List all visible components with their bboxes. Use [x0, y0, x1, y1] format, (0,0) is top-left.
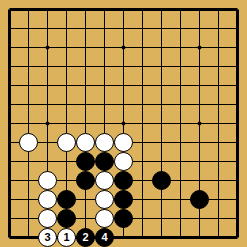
intersection[interactable]: [209, 95, 228, 114]
intersection[interactable]: [171, 171, 190, 190]
intersection[interactable]: [19, 0, 38, 19]
intersection[interactable]: [209, 228, 228, 247]
intersection[interactable]: [209, 114, 228, 133]
intersection[interactable]: [190, 209, 209, 228]
intersection[interactable]: 3: [38, 228, 57, 247]
intersection[interactable]: [95, 114, 114, 133]
intersection[interactable]: [171, 133, 190, 152]
intersection[interactable]: [152, 0, 171, 19]
intersection[interactable]: [57, 76, 76, 95]
move-number-label: 4: [101, 232, 107, 243]
intersection[interactable]: [209, 57, 228, 76]
black-stone: [152, 171, 171, 190]
intersection[interactable]: [228, 152, 247, 171]
intersection[interactable]: [152, 152, 171, 171]
intersection[interactable]: [95, 171, 114, 190]
intersection[interactable]: [228, 228, 247, 247]
intersection[interactable]: [38, 38, 57, 57]
intersection[interactable]: [152, 209, 171, 228]
intersection[interactable]: [228, 95, 247, 114]
intersection[interactable]: [114, 76, 133, 95]
black-stone: [76, 171, 95, 190]
intersection[interactable]: [171, 114, 190, 133]
intersection[interactable]: [228, 114, 247, 133]
intersection[interactable]: [57, 114, 76, 133]
intersection[interactable]: [209, 38, 228, 57]
intersection[interactable]: [38, 76, 57, 95]
intersection[interactable]: [114, 133, 133, 152]
intersection[interactable]: [228, 76, 247, 95]
intersection[interactable]: [209, 133, 228, 152]
intersection[interactable]: [152, 38, 171, 57]
intersection[interactable]: [152, 76, 171, 95]
intersection[interactable]: [114, 19, 133, 38]
intersection[interactable]: 4: [95, 228, 114, 247]
intersection[interactable]: [19, 133, 38, 152]
intersection[interactable]: [0, 0, 19, 19]
white-stone: 1: [57, 228, 76, 247]
intersection[interactable]: [57, 171, 76, 190]
intersection[interactable]: [152, 114, 171, 133]
black-stone: [95, 152, 114, 171]
intersection[interactable]: [114, 228, 133, 247]
intersection[interactable]: [114, 95, 133, 114]
intersection[interactable]: [95, 190, 114, 209]
black-stone: [114, 171, 133, 190]
white-stone: [114, 133, 133, 152]
move-number-label: 1: [63, 232, 69, 243]
intersection[interactable]: [228, 0, 247, 19]
white-stone: [95, 133, 114, 152]
intersection[interactable]: [76, 95, 95, 114]
intersection[interactable]: [171, 152, 190, 171]
intersection[interactable]: [228, 190, 247, 209]
black-stone: [57, 209, 76, 228]
intersection[interactable]: [171, 228, 190, 247]
intersection[interactable]: [0, 228, 19, 247]
intersection[interactable]: [76, 114, 95, 133]
intersection[interactable]: [38, 0, 57, 19]
intersection[interactable]: [228, 38, 247, 57]
go-board-diagram: 3124: [0, 0, 247, 247]
white-stone: [38, 190, 57, 209]
intersection[interactable]: [95, 0, 114, 19]
intersection[interactable]: [0, 38, 19, 57]
intersection[interactable]: [190, 152, 209, 171]
intersection[interactable]: [0, 133, 19, 152]
intersection[interactable]: [19, 57, 38, 76]
intersection[interactable]: [57, 152, 76, 171]
black-stone: [114, 209, 133, 228]
intersection[interactable]: [57, 57, 76, 76]
white-stone: [19, 133, 38, 152]
intersection[interactable]: [114, 152, 133, 171]
intersection[interactable]: [171, 76, 190, 95]
intersection[interactable]: [95, 76, 114, 95]
intersection[interactable]: [76, 133, 95, 152]
intersection[interactable]: [133, 228, 152, 247]
intersection[interactable]: [0, 209, 19, 228]
intersection[interactable]: [190, 0, 209, 19]
intersection[interactable]: [190, 76, 209, 95]
intersection[interactable]: [133, 209, 152, 228]
intersection[interactable]: [171, 190, 190, 209]
intersection[interactable]: [152, 95, 171, 114]
intersection[interactable]: [209, 76, 228, 95]
intersection[interactable]: [19, 19, 38, 38]
intersection[interactable]: [76, 76, 95, 95]
intersection[interactable]: [76, 0, 95, 19]
intersection[interactable]: [0, 152, 19, 171]
intersection[interactable]: [171, 19, 190, 38]
intersection[interactable]: [171, 38, 190, 57]
board-intersections: 3124: [0, 0, 247, 247]
intersection[interactable]: [19, 152, 38, 171]
intersection[interactable]: [19, 38, 38, 57]
intersection[interactable]: [209, 152, 228, 171]
intersection[interactable]: [133, 114, 152, 133]
intersection[interactable]: [57, 133, 76, 152]
intersection[interactable]: [19, 76, 38, 95]
intersection[interactable]: 1: [57, 228, 76, 247]
intersection[interactable]: [114, 209, 133, 228]
intersection[interactable]: [76, 209, 95, 228]
move-number-label: 2: [82, 232, 88, 243]
intersection[interactable]: [209, 190, 228, 209]
intersection[interactable]: [76, 19, 95, 38]
intersection[interactable]: [38, 209, 57, 228]
intersection[interactable]: [95, 19, 114, 38]
white-stone: [95, 190, 114, 209]
move-number-label: 3: [44, 232, 50, 243]
black-stone: [190, 190, 209, 209]
intersection[interactable]: [152, 190, 171, 209]
intersection[interactable]: [38, 19, 57, 38]
black-stone: [76, 152, 95, 171]
intersection[interactable]: [228, 171, 247, 190]
intersection[interactable]: [76, 38, 95, 57]
black-stone: [114, 190, 133, 209]
intersection[interactable]: [38, 133, 57, 152]
intersection[interactable]: [0, 95, 19, 114]
intersection[interactable]: [152, 133, 171, 152]
intersection[interactable]: [114, 57, 133, 76]
intersection[interactable]: [190, 133, 209, 152]
intersection[interactable]: 2: [76, 228, 95, 247]
intersection[interactable]: [133, 133, 152, 152]
intersection[interactable]: [38, 57, 57, 76]
intersection[interactable]: [133, 0, 152, 19]
black-stone: 2: [76, 228, 95, 247]
intersection[interactable]: [133, 38, 152, 57]
intersection[interactable]: [190, 114, 209, 133]
intersection[interactable]: [0, 57, 19, 76]
intersection[interactable]: [152, 19, 171, 38]
intersection[interactable]: [133, 171, 152, 190]
intersection[interactable]: [190, 38, 209, 57]
intersection[interactable]: [19, 171, 38, 190]
white-stone: [38, 171, 57, 190]
intersection[interactable]: [38, 95, 57, 114]
intersection[interactable]: [190, 57, 209, 76]
intersection[interactable]: [133, 152, 152, 171]
intersection[interactable]: [228, 19, 247, 38]
intersection[interactable]: [190, 19, 209, 38]
intersection[interactable]: [114, 38, 133, 57]
intersection[interactable]: [114, 171, 133, 190]
white-stone: [114, 152, 133, 171]
intersection[interactable]: [133, 57, 152, 76]
black-stone: [57, 190, 76, 209]
intersection[interactable]: [57, 190, 76, 209]
intersection[interactable]: [38, 171, 57, 190]
intersection[interactable]: [190, 171, 209, 190]
intersection[interactable]: [19, 209, 38, 228]
intersection[interactable]: [209, 171, 228, 190]
intersection[interactable]: [0, 190, 19, 209]
intersection[interactable]: [57, 209, 76, 228]
intersection[interactable]: [171, 95, 190, 114]
intersection[interactable]: [209, 209, 228, 228]
intersection[interactable]: [190, 190, 209, 209]
white-stone: [95, 209, 114, 228]
white-stone: [38, 209, 57, 228]
intersection[interactable]: [152, 171, 171, 190]
intersection[interactable]: [171, 0, 190, 19]
intersection[interactable]: [19, 95, 38, 114]
intersection[interactable]: [0, 19, 19, 38]
intersection[interactable]: [19, 228, 38, 247]
white-stone: 3: [38, 228, 57, 247]
intersection[interactable]: [152, 57, 171, 76]
intersection[interactable]: [57, 38, 76, 57]
intersection[interactable]: [38, 152, 57, 171]
intersection[interactable]: [114, 190, 133, 209]
intersection[interactable]: [95, 95, 114, 114]
intersection[interactable]: [228, 209, 247, 228]
intersection[interactable]: [171, 57, 190, 76]
intersection[interactable]: [190, 95, 209, 114]
intersection[interactable]: [95, 209, 114, 228]
intersection[interactable]: [0, 171, 19, 190]
intersection[interactable]: [133, 19, 152, 38]
intersection[interactable]: [57, 0, 76, 19]
intersection[interactable]: [76, 190, 95, 209]
intersection[interactable]: [114, 0, 133, 19]
intersection[interactable]: [152, 228, 171, 247]
intersection[interactable]: [38, 190, 57, 209]
intersection[interactable]: [76, 171, 95, 190]
black-stone: 4: [95, 228, 114, 247]
white-stone: [76, 133, 95, 152]
intersection[interactable]: [76, 57, 95, 76]
intersection[interactable]: [57, 95, 76, 114]
intersection[interactable]: [19, 114, 38, 133]
white-stone: [95, 171, 114, 190]
intersection[interactable]: [38, 114, 57, 133]
intersection[interactable]: [57, 19, 76, 38]
intersection[interactable]: [133, 190, 152, 209]
intersection[interactable]: [190, 228, 209, 247]
intersection[interactable]: [228, 133, 247, 152]
white-stone: [57, 133, 76, 152]
intersection[interactable]: [209, 19, 228, 38]
intersection[interactable]: [95, 38, 114, 57]
intersection[interactable]: [171, 209, 190, 228]
intersection[interactable]: [95, 133, 114, 152]
intersection[interactable]: [114, 114, 133, 133]
intersection[interactable]: [76, 152, 95, 171]
intersection[interactable]: [95, 57, 114, 76]
intersection[interactable]: [209, 0, 228, 19]
intersection[interactable]: [228, 57, 247, 76]
intersection[interactable]: [133, 76, 152, 95]
intersection[interactable]: [133, 95, 152, 114]
intersection[interactable]: [19, 190, 38, 209]
intersection[interactable]: [95, 152, 114, 171]
intersection[interactable]: [0, 114, 19, 133]
intersection[interactable]: [0, 76, 19, 95]
